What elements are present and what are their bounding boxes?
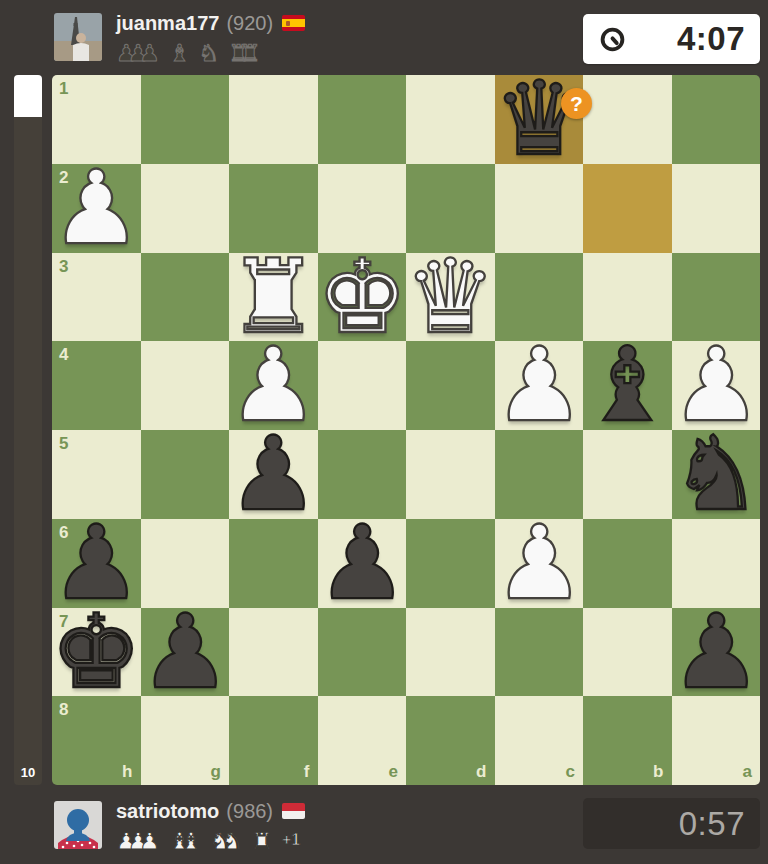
captured-group: ♝♝ — [169, 829, 201, 853]
captured-group: ♜♜ — [228, 41, 260, 65]
square-e7[interactable] — [318, 608, 407, 697]
move-classification-badge: ? — [561, 88, 592, 119]
black-knight: ♞ — [664, 423, 760, 526]
square-e6[interactable]: ♟ — [318, 519, 407, 608]
indonesia-flag-icon — [282, 803, 305, 819]
white-pawn: ♟ — [222, 334, 325, 437]
captured-group: ♜ — [251, 829, 272, 853]
square-h3[interactable]: 3 — [52, 253, 141, 342]
file-label-c: c — [566, 763, 575, 780]
file-label-d: d — [476, 763, 486, 780]
captured-pieces-top: ♟♟♟♝♞♜♜ — [116, 39, 305, 65]
evaluation-score: 10 — [14, 765, 42, 780]
avatar-default — [54, 801, 102, 849]
square-h1[interactable]: 1 — [52, 75, 141, 164]
square-d7[interactable] — [406, 608, 495, 697]
white-pawn: ♟ — [664, 334, 760, 437]
square-h6[interactable]: 6♟ — [52, 519, 141, 608]
square-h5[interactable]: 5 — [52, 430, 141, 519]
square-f7[interactable] — [229, 608, 318, 697]
square-b1[interactable] — [583, 75, 672, 164]
square-h4[interactable]: 4 — [52, 341, 141, 430]
spain-flag-icon — [282, 15, 305, 31]
square-c4[interactable]: ♟ — [495, 341, 584, 430]
rank-label-2: 2 — [59, 169, 68, 186]
square-e8[interactable]: e — [318, 696, 407, 785]
player-top-avatar[interactable] — [54, 13, 102, 61]
square-d4[interactable] — [406, 341, 495, 430]
square-f6[interactable] — [229, 519, 318, 608]
square-h8[interactable]: 8h — [52, 696, 141, 785]
white-rook: ♜ — [222, 245, 325, 348]
black-pawn: ♟ — [310, 512, 413, 615]
square-b7[interactable] — [583, 608, 672, 697]
rank-label-6: 6 — [59, 524, 68, 541]
player-bottom-name[interactable]: satriotomo — [116, 800, 219, 823]
square-d1[interactable] — [406, 75, 495, 164]
captured-group: ♟♟♟ — [116, 829, 160, 853]
square-d5[interactable] — [406, 430, 495, 519]
square-b6[interactable] — [583, 519, 672, 608]
file-label-h: h — [122, 763, 132, 780]
square-c8[interactable]: c — [495, 696, 584, 785]
captured-group: ♞ — [199, 41, 220, 65]
board: 1♛?2♟3♜♚♛4♟♟♝♟5♟♞6♟♟♟7♚♟♟8hgfedcba — [52, 75, 760, 785]
file-label-e: e — [389, 763, 398, 780]
square-c1[interactable]: ♛? — [495, 75, 584, 164]
player-top-bar: juanma177 (920) ♟♟♟♝♞♜♜ 4:07 — [0, 0, 768, 75]
square-b4[interactable]: ♝ — [583, 341, 672, 430]
square-g5[interactable] — [141, 430, 230, 519]
player-top-time: 4:07 — [626, 20, 760, 58]
square-d2[interactable] — [406, 164, 495, 253]
player-bottom-avatar[interactable] — [54, 801, 102, 849]
square-g6[interactable] — [141, 519, 230, 608]
rank-label-7: 7 — [59, 613, 68, 630]
black-pawn: ♟ — [222, 423, 325, 526]
square-e1[interactable] — [318, 75, 407, 164]
player-top-name[interactable]: juanma177 — [116, 12, 219, 35]
square-b5[interactable] — [583, 430, 672, 519]
square-a4[interactable]: ♟ — [672, 341, 761, 430]
avatar-photo — [54, 13, 102, 61]
square-a1[interactable] — [672, 75, 761, 164]
rank-label-4: 4 — [59, 346, 68, 363]
square-f1[interactable] — [229, 75, 318, 164]
square-e4[interactable] — [318, 341, 407, 430]
square-e3[interactable]: ♚ — [318, 253, 407, 342]
square-d6[interactable] — [406, 519, 495, 608]
square-f3[interactable]: ♜ — [229, 253, 318, 342]
square-c3[interactable] — [495, 253, 584, 342]
square-e5[interactable] — [318, 430, 407, 519]
black-pawn: ♟ — [664, 600, 760, 703]
white-king: ♚ — [310, 245, 413, 348]
black-pawn: ♟ — [133, 600, 236, 703]
player-bottom-clock: 0:57 — [583, 798, 760, 849]
square-a8[interactable]: a — [672, 696, 761, 785]
rank-label-1: 1 — [59, 80, 68, 97]
square-f4[interactable]: ♟ — [229, 341, 318, 430]
square-a7[interactable]: ♟ — [672, 608, 761, 697]
player-top-rating: (920) — [226, 12, 273, 35]
captured-pieces-bottom: ♟♟♟♝♝♞♞♜+1 — [116, 827, 305, 853]
player-bottom-time: 0:57 — [583, 805, 760, 843]
file-label-b: b — [653, 763, 663, 780]
square-e2[interactable] — [318, 164, 407, 253]
square-a5[interactable]: ♞ — [672, 430, 761, 519]
square-c2[interactable] — [495, 164, 584, 253]
square-d8[interactable]: d — [406, 696, 495, 785]
file-label-g: g — [211, 763, 221, 780]
square-f8[interactable]: f — [229, 696, 318, 785]
file-label-a: a — [743, 763, 752, 780]
square-b2[interactable] — [583, 164, 672, 253]
square-g7[interactable]: ♟ — [141, 608, 230, 697]
square-f2[interactable] — [229, 164, 318, 253]
square-g2[interactable] — [141, 164, 230, 253]
evaluation-white-segment — [14, 75, 42, 117]
square-g4[interactable] — [141, 341, 230, 430]
white-pawn: ♟ — [487, 334, 590, 437]
square-b8[interactable]: b — [583, 696, 672, 785]
square-g3[interactable] — [141, 253, 230, 342]
rank-label-3: 3 — [59, 258, 68, 275]
square-c5[interactable] — [495, 430, 584, 519]
square-b3[interactable] — [583, 253, 672, 342]
square-a6[interactable] — [672, 519, 761, 608]
evaluation-bar: 10 — [14, 75, 42, 785]
square-g8[interactable]: g — [141, 696, 230, 785]
square-c6[interactable]: ♟ — [495, 519, 584, 608]
square-a2[interactable] — [672, 164, 761, 253]
player-bottom-bar: satriotomo (986) ♟♟♟♝♝♞♞♜+1 0:57 — [0, 789, 768, 864]
square-c7[interactable] — [495, 608, 584, 697]
square-g1[interactable] — [141, 75, 230, 164]
white-pawn: ♟ — [487, 512, 590, 615]
square-f5[interactable]: ♟ — [229, 430, 318, 519]
square-a3[interactable] — [672, 253, 761, 342]
file-label-f: f — [304, 763, 310, 780]
player-top-clock: 4:07 — [583, 14, 760, 64]
player-bottom-rating: (986) — [226, 800, 273, 823]
square-h7[interactable]: 7♚ — [52, 608, 141, 697]
square-d3[interactable]: ♛ — [406, 253, 495, 342]
white-queen: ♛ — [399, 245, 502, 348]
captured-group: ♝ — [169, 41, 190, 65]
square-h2[interactable]: 2♟ — [52, 164, 141, 253]
rank-label-5: 5 — [59, 435, 68, 452]
captured-group: ♟♟♟ — [116, 41, 160, 65]
clock-icon — [599, 26, 626, 53]
black-bishop: ♝ — [576, 334, 679, 437]
material-advantage: +1 — [282, 831, 300, 849]
captured-group: ♞♞ — [210, 829, 242, 853]
rank-label-8: 8 — [59, 701, 68, 718]
